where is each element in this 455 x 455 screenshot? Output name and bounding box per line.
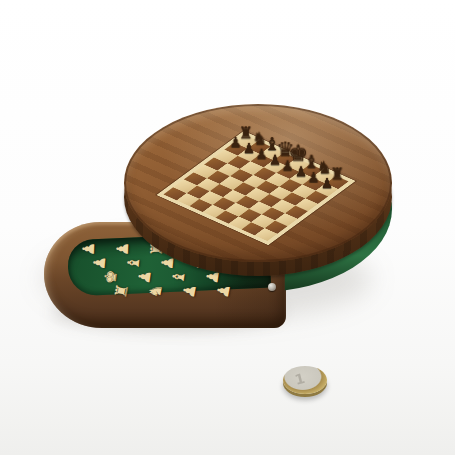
- product-photo: ♟♟♜♞♟♝♟♛♚♟♝♟♜♞♟♟ ♜♞♝♛♚♝♞♜♟♟♟♟♟♟♟♟ 1: [0, 0, 455, 455]
- white-pawn-in-drawer: ♟: [211, 278, 237, 304]
- coin-numeral: 1: [293, 370, 306, 388]
- white-pawn-in-drawer: ♟: [177, 278, 203, 304]
- white-rook-in-drawer: ♜: [109, 278, 135, 304]
- black-pawn: ♟: [318, 168, 336, 190]
- one-euro-coin: 1: [283, 366, 327, 394]
- white-knight-in-drawer: ♞: [143, 278, 169, 304]
- drawer-knob: [268, 283, 276, 291]
